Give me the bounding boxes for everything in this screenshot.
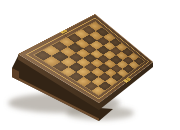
chessboard-product-photo xyxy=(0,0,180,130)
